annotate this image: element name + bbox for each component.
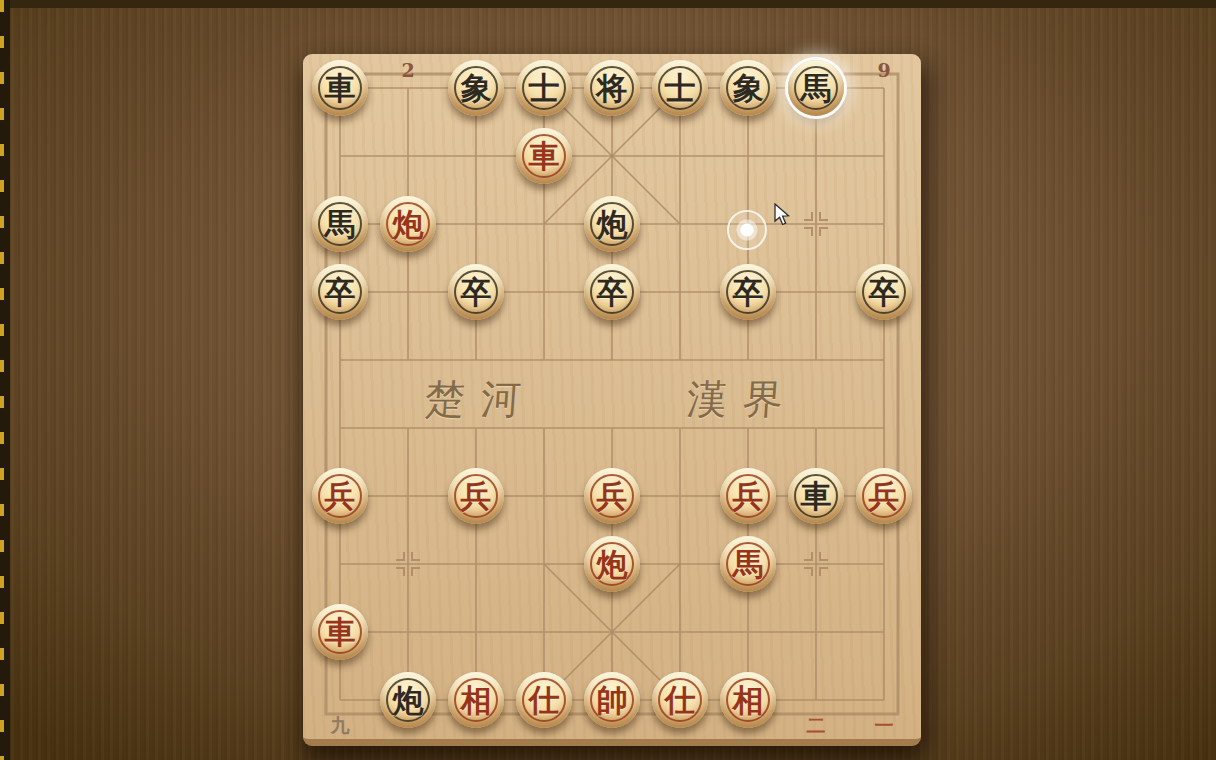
piece-glyph: 兵 [461, 481, 492, 512]
piece-glyph: 車 [325, 617, 356, 648]
piece-red-cannon[interactable]: 炮 [584, 536, 640, 592]
piece-red-chariot[interactable]: 車 [516, 128, 572, 184]
piece-red-advisor[interactable]: 仕 [516, 672, 572, 728]
piece-black-elephant[interactable]: 象 [448, 60, 504, 116]
piece-glyph: 将 [597, 73, 628, 104]
piece-glyph: 相 [733, 685, 764, 716]
piece-red-cannon[interactable]: 炮 [380, 196, 436, 252]
piece-glyph: 馬 [325, 209, 356, 240]
piece-red-advisor[interactable]: 仕 [652, 672, 708, 728]
piece-black-soldier[interactable]: 卒 [856, 264, 912, 320]
piece-glyph: 象 [733, 73, 764, 104]
piece-glyph: 車 [801, 481, 832, 512]
piece-black-soldier[interactable]: 卒 [584, 264, 640, 320]
piece-glyph: 士 [665, 73, 696, 104]
file-label-top-2: 2 [401, 59, 414, 81]
piece-black-elephant[interactable]: 象 [720, 60, 776, 116]
grid-lines [340, 88, 884, 700]
xiangqi-board[interactable]: 楚河 漢界 29九二一車象士将士象馬車馬炮炮卒卒卒卒卒兵兵兵兵車兵炮馬車炮相仕帥… [303, 54, 921, 746]
piece-glyph: 炮 [393, 209, 424, 240]
piece-glyph: 炮 [597, 549, 628, 580]
piece-glyph: 相 [461, 685, 492, 716]
piece-glyph: 炮 [393, 685, 424, 716]
piece-glyph: 象 [461, 73, 492, 104]
top-edge-band [0, 0, 1216, 8]
piece-glyph: 兵 [733, 481, 764, 512]
file-label-bottom-九: 九 [331, 713, 350, 739]
piece-glyph: 車 [529, 141, 560, 172]
piece-glyph: 卒 [597, 277, 628, 308]
left-edge-strip [0, 0, 10, 760]
piece-red-horse[interactable]: 馬 [720, 536, 776, 592]
piece-glyph: 仕 [665, 685, 696, 716]
file-label-top-9: 9 [877, 59, 890, 81]
game-screen: 楚河 漢界 29九二一車象士将士象馬車馬炮炮卒卒卒卒卒兵兵兵兵車兵炮馬車炮相仕帥… [0, 0, 1216, 760]
piece-red-general[interactable]: 帥 [584, 672, 640, 728]
piece-red-soldier[interactable]: 兵 [856, 468, 912, 524]
piece-red-elephant[interactable]: 相 [448, 672, 504, 728]
piece-black-cannon[interactable]: 炮 [584, 196, 640, 252]
left-strip-dashes [0, 0, 4, 760]
file-label-bottom-二: 二 [807, 713, 826, 739]
piece-glyph: 馬 [801, 73, 832, 104]
piece-black-horse[interactable]: 馬 [312, 196, 368, 252]
piece-glyph: 帥 [597, 685, 628, 716]
piece-glyph: 兵 [869, 481, 900, 512]
piece-black-soldier[interactable]: 卒 [312, 264, 368, 320]
piece-red-chariot[interactable]: 車 [312, 604, 368, 660]
piece-black-chariot[interactable]: 車 [788, 468, 844, 524]
piece-glyph: 炮 [597, 209, 628, 240]
piece-black-chariot[interactable]: 車 [312, 60, 368, 116]
piece-red-soldier[interactable]: 兵 [448, 468, 504, 524]
piece-black-advisor[interactable]: 士 [516, 60, 572, 116]
piece-glyph: 兵 [597, 481, 628, 512]
piece-glyph: 車 [325, 73, 356, 104]
piece-red-soldier[interactable]: 兵 [584, 468, 640, 524]
piece-glyph: 仕 [529, 685, 560, 716]
piece-glyph: 卒 [325, 277, 356, 308]
piece-black-soldier[interactable]: 卒 [448, 264, 504, 320]
piece-black-horse[interactable]: 馬 [788, 60, 844, 116]
piece-black-general[interactable]: 将 [584, 60, 640, 116]
board-grid [303, 54, 921, 739]
piece-glyph: 卒 [461, 277, 492, 308]
piece-glyph: 兵 [325, 481, 356, 512]
piece-black-soldier[interactable]: 卒 [720, 264, 776, 320]
file-label-bottom-一: 一 [875, 713, 894, 739]
piece-red-soldier[interactable]: 兵 [312, 468, 368, 524]
piece-black-advisor[interactable]: 士 [652, 60, 708, 116]
piece-glyph: 馬 [733, 549, 764, 580]
piece-black-cannon[interactable]: 炮 [380, 672, 436, 728]
piece-glyph: 卒 [733, 277, 764, 308]
piece-red-soldier[interactable]: 兵 [720, 468, 776, 524]
piece-glyph: 士 [529, 73, 560, 104]
piece-red-elephant[interactable]: 相 [720, 672, 776, 728]
piece-glyph: 卒 [869, 277, 900, 308]
